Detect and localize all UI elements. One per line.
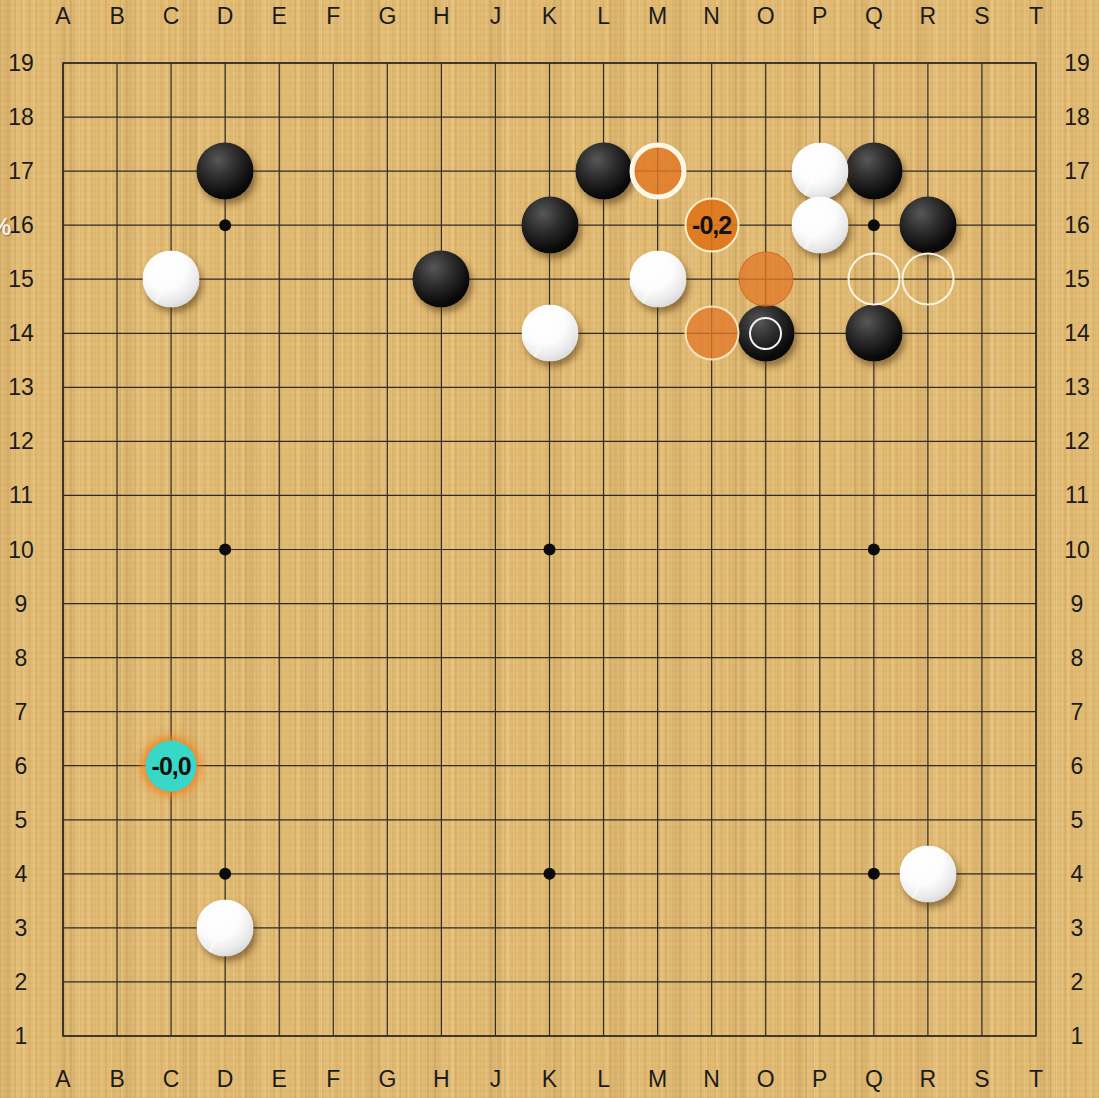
row-label-left: 14 [8,322,34,345]
black-stone [521,197,578,254]
column-label-top: F [326,5,340,28]
column-label-bottom: Q [865,1068,883,1091]
row-label-left: 11 [9,484,33,507]
star-point [219,868,231,880]
black-stone [197,143,254,200]
column-label-top: C [163,5,180,28]
row-label-right: 16 [1064,214,1090,237]
row-label-left: 19 [8,52,34,75]
column-label-bottom: D [217,1068,234,1091]
row-label-left: 17 [8,160,34,183]
star-point [868,868,880,880]
black-stone [413,251,470,308]
column-label-top: S [974,5,989,28]
column-label-top: Q [865,5,883,28]
row-label-right: 1 [1071,1025,1084,1048]
row-label-right: 4 [1071,862,1084,885]
row-label-left: 16 [8,214,34,237]
column-label-bottom: L [597,1068,610,1091]
candidate-move-orange[interactable] [738,252,793,307]
row-label-left: 1 [15,1025,28,1048]
black-stone [899,197,956,254]
row-label-right: 2 [1071,970,1084,993]
row-label-right: 11 [1065,484,1089,507]
column-label-top: E [272,5,287,28]
row-label-right: 5 [1071,808,1084,831]
column-label-top: B [109,5,124,28]
column-label-bottom: J [490,1068,502,1091]
column-label-bottom: F [326,1068,340,1091]
candidate-move-orange-ring[interactable] [684,306,739,361]
white-stone [521,305,578,362]
column-label-top: O [757,5,775,28]
black-stone [845,305,902,362]
row-label-left: 6 [15,754,28,777]
candidate-move-orange-highlight[interactable] [629,143,686,200]
column-label-bottom: S [974,1068,989,1091]
column-label-top: P [812,5,827,28]
column-label-bottom: C [163,1068,180,1091]
row-label-right: 9 [1071,592,1084,615]
candidate-move-best[interactable]: -0,0 [146,740,197,791]
column-label-top: A [55,5,70,28]
row-label-right: 19 [1064,52,1090,75]
column-label-top: R [920,5,937,28]
row-label-left: 3 [15,916,28,939]
candidate-move-outline[interactable] [847,253,900,306]
column-label-top: K [542,5,557,28]
black-stone [575,143,632,200]
last-move-marker [749,317,782,350]
white-stone [143,251,200,308]
row-label-right: 13 [1064,376,1090,399]
row-label-left: 7 [15,700,28,723]
row-label-right: 17 [1064,160,1090,183]
row-label-right: 7 [1071,700,1084,723]
column-label-bottom: T [1029,1068,1043,1091]
column-label-top: D [217,5,234,28]
row-label-left: 13 [8,376,34,399]
column-label-top: H [433,5,450,28]
candidate-move-outline[interactable] [901,253,954,306]
row-label-right: 15 [1064,268,1090,291]
board-grid [0,0,1099,1098]
column-label-top: M [648,5,667,28]
black-stone [737,305,794,362]
column-label-top: L [597,5,610,28]
clipped-percent-label: % [0,213,11,241]
column-label-top: J [490,5,502,28]
column-label-top: T [1029,5,1043,28]
row-label-right: 6 [1071,754,1084,777]
row-label-right: 12 [1064,430,1090,453]
star-point [868,544,880,556]
row-label-right: 14 [1064,322,1090,345]
row-label-left: 8 [15,646,28,669]
white-stone [791,197,848,254]
white-stone [197,899,254,956]
column-label-bottom: E [272,1068,287,1091]
white-stone [791,143,848,200]
row-label-right: 8 [1071,646,1084,669]
row-label-left: 18 [8,106,34,129]
row-label-left: 2 [15,970,28,993]
column-label-bottom: M [648,1068,667,1091]
black-stone [845,143,902,200]
column-label-bottom: A [55,1068,70,1091]
column-label-bottom: R [920,1068,937,1091]
star-point [544,868,556,880]
row-label-left: 9 [15,592,28,615]
go-board[interactable]: AABBCCDDEEFFGGHHJJKKLLMMNNOOPPQQRRSSTT19… [0,0,1099,1098]
row-label-right: 18 [1064,106,1090,129]
row-label-left: 12 [8,430,34,453]
white-stone [629,251,686,308]
row-label-left: 10 [8,538,34,561]
candidate-move-orange-label[interactable]: -0,2 [684,198,739,253]
star-point [868,219,880,231]
column-label-bottom: K [542,1068,557,1091]
column-label-bottom: H [433,1068,450,1091]
row-label-left: 4 [15,862,28,885]
column-label-bottom: N [703,1068,720,1091]
column-label-top: G [378,5,396,28]
star-point [219,544,231,556]
column-label-bottom: P [812,1068,827,1091]
row-label-left: 5 [15,808,28,831]
star-point [219,219,231,231]
column-label-top: N [703,5,720,28]
column-label-bottom: B [109,1068,124,1091]
white-stone [899,845,956,902]
column-label-bottom: O [757,1068,775,1091]
row-label-right: 3 [1071,916,1084,939]
row-label-left: 15 [8,268,34,291]
star-point [544,544,556,556]
column-label-bottom: G [378,1068,396,1091]
row-label-right: 10 [1064,538,1090,561]
